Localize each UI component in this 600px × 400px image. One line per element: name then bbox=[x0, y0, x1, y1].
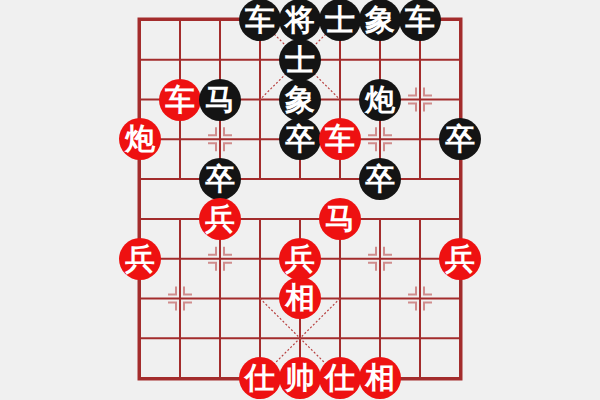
piece-black-pawn[interactable]: 卒 bbox=[439, 118, 481, 160]
piece-red-pawn[interactable]: 兵 bbox=[199, 198, 241, 240]
piece-black-horse[interactable]: 马 bbox=[199, 79, 241, 121]
piece-black-pawn[interactable]: 卒 bbox=[359, 158, 401, 200]
piece-black-chariot[interactable]: 车 bbox=[399, 0, 441, 41]
piece-red-cannon[interactable]: 炮 bbox=[119, 118, 161, 160]
piece-red-pawn[interactable]: 兵 bbox=[279, 238, 321, 280]
piece-black-chariot[interactable]: 车 bbox=[239, 0, 281, 41]
piece-black-advisor[interactable]: 士 bbox=[319, 0, 361, 41]
piece-red-elephant[interactable]: 相 bbox=[359, 357, 401, 399]
piece-black-advisor[interactable]: 士 bbox=[279, 39, 321, 81]
piece-red-general[interactable]: 帅 bbox=[279, 357, 321, 399]
piece-black-pawn[interactable]: 卒 bbox=[199, 158, 241, 200]
piece-red-chariot[interactable]: 车 bbox=[159, 79, 201, 121]
xiangqi-board: 车将士象车士车马象炮炮卒车卒卒卒兵马兵兵兵相仕帅仕相 bbox=[0, 0, 600, 400]
piece-black-cannon[interactable]: 炮 bbox=[359, 79, 401, 121]
piece-red-pawn[interactable]: 兵 bbox=[119, 238, 161, 280]
piece-red-advisor[interactable]: 仕 bbox=[239, 357, 281, 399]
piece-red-pawn[interactable]: 兵 bbox=[439, 238, 481, 280]
piece-red-chariot[interactable]: 车 bbox=[319, 118, 361, 160]
piece-red-horse[interactable]: 马 bbox=[319, 198, 361, 240]
piece-black-pawn[interactable]: 卒 bbox=[279, 118, 321, 160]
piece-black-elephant[interactable]: 象 bbox=[279, 79, 321, 121]
piece-black-general[interactable]: 将 bbox=[279, 0, 321, 41]
piece-black-elephant[interactable]: 象 bbox=[359, 0, 401, 41]
piece-red-elephant[interactable]: 相 bbox=[279, 277, 321, 319]
piece-red-advisor[interactable]: 仕 bbox=[319, 357, 361, 399]
